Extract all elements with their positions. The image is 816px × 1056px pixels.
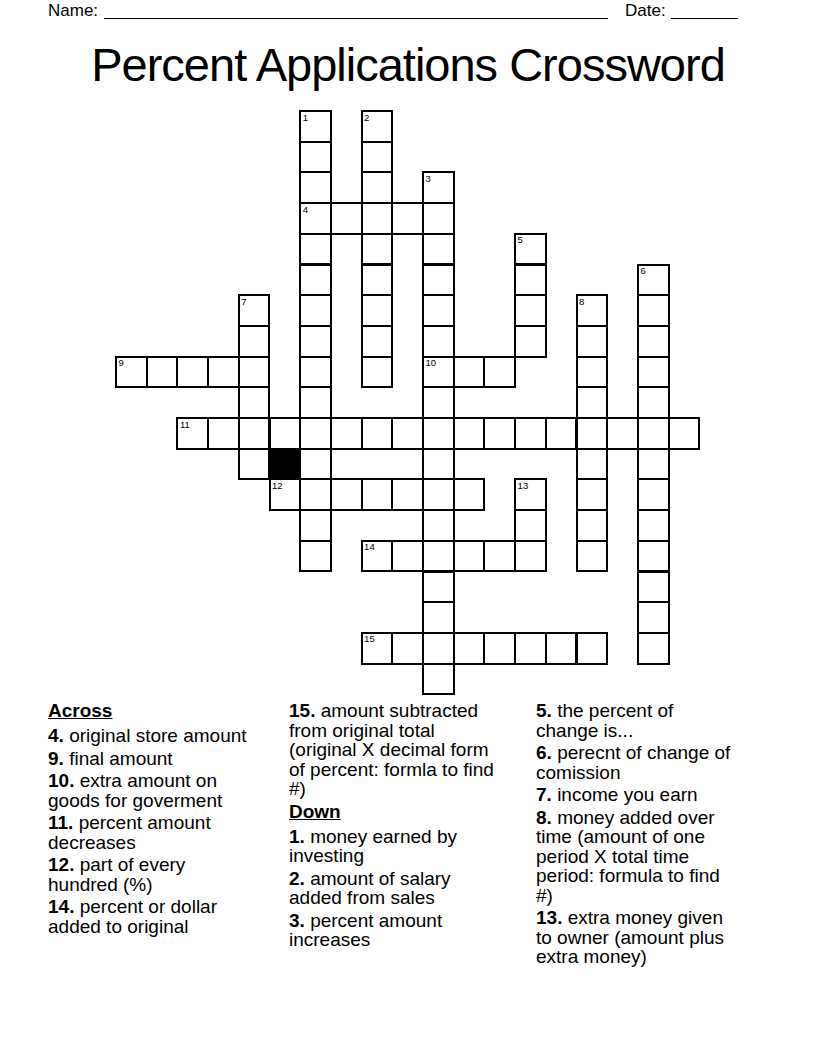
grid-cell[interactable] <box>299 325 332 358</box>
grid-cell[interactable] <box>483 356 516 389</box>
grid-cell[interactable] <box>576 478 609 511</box>
grid-cell[interactable] <box>391 540 424 573</box>
grid-cell[interactable] <box>576 509 609 542</box>
grid-cell[interactable] <box>576 356 609 389</box>
across-heading: Across <box>48 701 250 721</box>
clue-number-12: 12 <box>272 481 283 491</box>
grid-cell[interactable] <box>637 540 670 573</box>
date-label: Date: <box>625 1 666 21</box>
clue-number-label: 12. <box>48 854 74 875</box>
grid-cell[interactable] <box>361 417 394 450</box>
grid-cell[interactable] <box>637 356 670 389</box>
down-heading: Down <box>289 802 501 822</box>
grid-cell[interactable] <box>207 417 240 450</box>
clue-number-9: 9 <box>119 358 124 368</box>
grid-cell[interactable] <box>422 601 455 634</box>
crossword-grid: 123456789101112131415 <box>116 111 700 695</box>
grid-cell[interactable] <box>545 632 578 665</box>
grid-cell[interactable] <box>330 202 363 235</box>
name-label: Name: <box>48 1 98 21</box>
grid-cell[interactable] <box>576 448 609 481</box>
clue-number-15: 15 <box>364 634 375 644</box>
grid-cell[interactable] <box>453 417 486 450</box>
grid-cell[interactable] <box>391 478 424 511</box>
grid-cell[interactable] <box>422 632 455 665</box>
grid-cell[interactable] <box>483 540 516 573</box>
grid-cell[interactable] <box>637 448 670 481</box>
grid-cell[interactable] <box>422 294 455 327</box>
grid-cell[interactable] <box>422 478 455 511</box>
grid-cell[interactable] <box>422 325 455 358</box>
grid-cell[interactable] <box>422 448 455 481</box>
grid-cell[interactable] <box>483 632 516 665</box>
grid-cell[interactable] <box>514 540 547 573</box>
grid-cell[interactable] <box>299 264 332 297</box>
clue-number-7: 7 <box>241 297 246 307</box>
grid-cell[interactable] <box>299 386 332 419</box>
clue-12-across: 12. part of every hundred (%) <box>48 855 250 894</box>
clue-number-label: 9. <box>48 748 64 769</box>
grid-cell[interactable] <box>637 478 670 511</box>
clue-number-label: 11. <box>48 812 73 833</box>
clue-number-3: 3 <box>426 174 431 184</box>
clue-9-across: 9. final amount <box>48 749 250 769</box>
clue-11-across: 11. percent amount decreases <box>48 813 250 852</box>
clues-column-2: 15. amount subtracted from original tota… <box>289 701 501 953</box>
grid-cell[interactable] <box>422 264 455 297</box>
grid-cell[interactable] <box>299 509 332 542</box>
clue-number-label: 1. <box>289 826 305 847</box>
grid-cell[interactable] <box>299 448 332 481</box>
grid-cell[interactable] <box>391 202 424 235</box>
clue-number-label: 15. <box>289 700 315 721</box>
grid-cell[interactable] <box>238 386 271 419</box>
grid-cell[interactable] <box>422 386 455 419</box>
grid-cell[interactable] <box>330 478 363 511</box>
grid-cell[interactable] <box>299 141 332 174</box>
clue-13-down: 13. extra money given to owner (amount p… <box>536 908 736 967</box>
clue-6-down: 6. perecnt of change of comission <box>536 743 736 782</box>
clue-number-6: 6 <box>640 266 645 276</box>
clue-7-down: 7. income you earn <box>536 785 736 805</box>
grid-cell[interactable] <box>576 325 609 358</box>
grid-cell[interactable] <box>422 540 455 573</box>
clue-number-14: 14 <box>364 542 375 552</box>
grid-cell[interactable] <box>576 417 609 450</box>
clue-number-label: 2. <box>289 868 305 889</box>
grid-cell[interactable] <box>453 356 486 389</box>
grid-cell[interactable] <box>576 632 609 665</box>
grid-cell[interactable] <box>238 417 271 450</box>
grid-cell[interactable] <box>483 417 516 450</box>
grid-cell[interactable] <box>238 356 271 389</box>
grid-cell[interactable] <box>176 356 209 389</box>
grid-cell[interactable] <box>453 478 486 511</box>
clue-14-across: 14. percent or dollar added to original <box>48 897 250 936</box>
grid-cell[interactable] <box>637 294 670 327</box>
grid-cell[interactable] <box>361 233 394 266</box>
grid-cell[interactable] <box>576 386 609 419</box>
clue-number-10: 10 <box>426 358 437 368</box>
grid-cell[interactable] <box>422 233 455 266</box>
grid-cell[interactable] <box>238 448 271 481</box>
grid-cell[interactable] <box>637 632 670 665</box>
grid-cell[interactable] <box>238 325 271 358</box>
clue-number-5: 5 <box>518 235 523 245</box>
clue-number-label: 4. <box>48 725 64 746</box>
grid-cell[interactable] <box>637 509 670 542</box>
grid-cell[interactable] <box>422 202 455 235</box>
grid-cell[interactable] <box>361 171 394 204</box>
grid-cell[interactable] <box>637 325 670 358</box>
clue-number-1: 1 <box>303 113 308 123</box>
grid-cell[interactable] <box>207 356 240 389</box>
grid-cell[interactable] <box>299 294 332 327</box>
grid-cell[interactable] <box>299 417 332 450</box>
grid-cell[interactable] <box>361 356 394 389</box>
grid-cell[interactable] <box>361 202 394 235</box>
name-blank-line[interactable] <box>104 1 608 19</box>
clue-number-2: 2 <box>364 113 369 123</box>
clue-number-11: 11 <box>180 420 190 430</box>
clue-number-8: 8 <box>579 297 584 307</box>
grid-cell[interactable] <box>514 264 547 297</box>
grid-cell[interactable] <box>299 356 332 389</box>
grid-cell[interactable] <box>422 571 455 604</box>
grid-cell[interactable] <box>668 417 701 450</box>
grid-cell[interactable] <box>637 417 670 450</box>
clue-1-down: 1. money earned by investing <box>289 827 501 866</box>
grid-cell[interactable] <box>361 325 394 358</box>
clue-15-across: 15. amount subtracted from original tota… <box>289 701 501 799</box>
grid-cell[interactable] <box>576 540 609 573</box>
grid-cell[interactable] <box>422 509 455 542</box>
grid-cell[interactable] <box>545 417 578 450</box>
grid-cell[interactable] <box>422 663 455 696</box>
clue-number-4: 4 <box>303 205 308 215</box>
grid-cell[interactable] <box>453 632 486 665</box>
page-title: Percent Applications Crossword <box>0 40 816 90</box>
grid-cell[interactable] <box>422 417 455 450</box>
date-blank-line[interactable] <box>671 1 738 19</box>
clue-3-down: 3. percent amount increases <box>289 911 501 950</box>
grid-cell[interactable] <box>269 417 302 450</box>
grid-cell[interactable] <box>514 294 547 327</box>
grid-cell[interactable] <box>299 233 332 266</box>
clues-column-1: Across4. original store amount9. final a… <box>48 701 250 939</box>
clue-number-label: 3. <box>289 910 305 931</box>
grid-cell[interactable] <box>299 540 332 573</box>
grid-cell[interactable] <box>299 478 332 511</box>
grid-cell[interactable] <box>361 294 394 327</box>
clues-column-3: 5. the percent of change is...6. perecnt… <box>536 701 736 970</box>
grid-cell[interactable] <box>606 417 639 450</box>
clue-number-label: 5. <box>536 700 552 721</box>
clue-number-label: 8. <box>536 807 552 828</box>
grid-cell[interactable] <box>361 264 394 297</box>
clue-8-down: 8. money added over time (amount of one … <box>536 808 736 906</box>
grid-cell[interactable] <box>514 509 547 542</box>
grid-cell[interactable] <box>453 540 486 573</box>
grid-cell[interactable] <box>637 571 670 604</box>
grid-cell[interactable] <box>361 141 394 174</box>
clue-number-label: 10. <box>48 770 74 791</box>
clue-2-down: 2. amount of salary added from sales <box>289 869 501 908</box>
grid-cell[interactable] <box>637 386 670 419</box>
clue-4-across: 4. original store amount <box>48 726 250 746</box>
clue-10-across: 10. extra amount on goods for goverment <box>48 771 250 810</box>
grid-cell[interactable] <box>391 632 424 665</box>
grid-cell[interactable] <box>637 601 670 634</box>
clue-number-13: 13 <box>518 481 529 491</box>
grid-cell[interactable] <box>361 478 394 511</box>
grid-cell[interactable] <box>514 632 547 665</box>
grid-cell[interactable] <box>514 417 547 450</box>
clue-5-down: 5. the percent of change is... <box>536 701 736 740</box>
grid-cell[interactable] <box>330 417 363 450</box>
grid-cell[interactable] <box>391 417 424 450</box>
clue-number-label: 13. <box>536 907 562 928</box>
clue-number-label: 14. <box>48 896 74 917</box>
grid-cell[interactable] <box>146 356 179 389</box>
clue-number-label: 6. <box>536 742 552 763</box>
black-cell <box>269 448 302 481</box>
grid-cell[interactable] <box>514 325 547 358</box>
clue-number-label: 7. <box>536 784 552 805</box>
grid-cell[interactable] <box>299 171 332 204</box>
